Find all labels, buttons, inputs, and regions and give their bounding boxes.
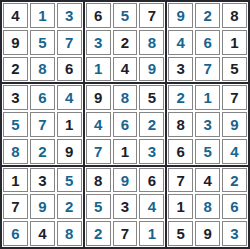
sudoku-cell-r1c7[interactable]: 9 bbox=[168, 3, 193, 28]
sudoku-cell-r9c1[interactable]: 6 bbox=[3, 221, 28, 246]
cell-digit: 9 bbox=[148, 61, 156, 76]
sudoku-cell-r7c9[interactable]: 2 bbox=[222, 168, 247, 193]
cell-digit: 5 bbox=[65, 173, 73, 188]
cell-digit: 1 bbox=[148, 226, 156, 241]
sudoku-cell-r3c8[interactable]: 7 bbox=[195, 57, 220, 82]
cell-digit: 4 bbox=[230, 144, 238, 159]
cell-digit: 5 bbox=[230, 61, 238, 76]
sudoku-box-4: 364571829 bbox=[2, 84, 83, 164]
sudoku-cell-r1c1[interactable]: 4 bbox=[3, 3, 28, 28]
cell-digit: 5 bbox=[121, 8, 129, 23]
cell-digit: 4 bbox=[65, 90, 73, 105]
sudoku-cell-r6c3[interactable]: 9 bbox=[57, 139, 82, 164]
cell-digit: 8 bbox=[38, 61, 46, 76]
cell-digit: 4 bbox=[94, 117, 102, 132]
sudoku-box-3: 928461375 bbox=[167, 2, 248, 82]
sudoku-cell-r9c2[interactable]: 4 bbox=[30, 221, 55, 246]
sudoku-cell-r4c8[interactable]: 1 bbox=[195, 85, 220, 110]
cell-digit: 5 bbox=[94, 199, 102, 214]
sudoku-cell-r3c6[interactable]: 9 bbox=[139, 57, 164, 82]
cell-digit: 4 bbox=[38, 226, 46, 241]
cell-digit: 6 bbox=[148, 173, 156, 188]
cell-digit: 4 bbox=[177, 35, 185, 50]
cell-digit: 3 bbox=[94, 35, 102, 50]
cell-digit: 7 bbox=[11, 199, 19, 214]
cell-digit: 8 bbox=[177, 117, 185, 132]
cell-digit: 7 bbox=[94, 144, 102, 159]
cell-digit: 6 bbox=[65, 61, 73, 76]
cell-digit: 3 bbox=[177, 61, 185, 76]
cell-digit: 1 bbox=[121, 144, 129, 159]
sudoku-cell-r9c3[interactable]: 8 bbox=[57, 221, 82, 246]
cell-digit: 3 bbox=[121, 199, 129, 214]
cell-digit: 5 bbox=[148, 90, 156, 105]
cell-digit: 4 bbox=[148, 199, 156, 214]
sudoku-cell-r5c4[interactable]: 4 bbox=[86, 112, 111, 137]
sudoku-cell-r9c7[interactable]: 5 bbox=[168, 221, 193, 246]
cell-digit: 8 bbox=[148, 35, 156, 50]
sudoku-cell-r4c6[interactable]: 5 bbox=[139, 85, 164, 110]
sudoku-cell-r8c5[interactable]: 3 bbox=[113, 194, 138, 219]
cell-digit: 3 bbox=[148, 144, 156, 159]
sudoku-box-1: 413957286 bbox=[2, 2, 83, 82]
cell-digit: 6 bbox=[11, 226, 19, 241]
sudoku-cell-r7c8[interactable]: 4 bbox=[195, 168, 220, 193]
cell-digit: 2 bbox=[11, 61, 19, 76]
cell-digit: 7 bbox=[177, 173, 185, 188]
cell-digit: 5 bbox=[38, 35, 46, 50]
cell-digit: 2 bbox=[230, 173, 238, 188]
sudoku-cell-r6c8[interactable]: 5 bbox=[195, 139, 220, 164]
sudoku-box-6: 217839654 bbox=[167, 84, 248, 164]
sudoku-box-2: 657328149 bbox=[85, 2, 166, 82]
cell-digit: 6 bbox=[177, 144, 185, 159]
cell-digit: 9 bbox=[38, 199, 46, 214]
sudoku-cell-r7c5[interactable]: 9 bbox=[113, 168, 138, 193]
cell-digit: 3 bbox=[203, 117, 211, 132]
cell-digit: 2 bbox=[177, 90, 185, 105]
cell-digit: 8 bbox=[94, 173, 102, 188]
cell-digit: 1 bbox=[94, 61, 102, 76]
cell-digit: 7 bbox=[203, 61, 211, 76]
cell-digit: 6 bbox=[121, 117, 129, 132]
sudoku-box-9: 742186593 bbox=[167, 167, 248, 247]
sudoku-cell-r7c1[interactable]: 1 bbox=[3, 168, 28, 193]
sudoku-cell-r1c9[interactable]: 8 bbox=[222, 3, 247, 28]
cell-digit: 6 bbox=[203, 35, 211, 50]
sudoku-cell-r7c7[interactable]: 7 bbox=[168, 168, 193, 193]
sudoku-cell-r5c5[interactable]: 6 bbox=[113, 112, 138, 137]
sudoku-cell-r2c9[interactable]: 1 bbox=[222, 30, 247, 55]
sudoku-cell-r2c6[interactable]: 8 bbox=[139, 30, 164, 55]
sudoku-box-7: 135792648 bbox=[2, 167, 83, 247]
sudoku-cell-r5c7[interactable]: 8 bbox=[168, 112, 193, 137]
sudoku-cell-r1c3[interactable]: 3 bbox=[57, 3, 82, 28]
sudoku-cell-r6c1[interactable]: 8 bbox=[3, 139, 28, 164]
sudoku-cell-r3c1[interactable]: 2 bbox=[3, 57, 28, 82]
sudoku-cell-r3c5[interactable]: 4 bbox=[113, 57, 138, 82]
cell-digit: 7 bbox=[148, 8, 156, 23]
sudoku-cell-r8c2[interactable]: 9 bbox=[30, 194, 55, 219]
cell-digit: 5 bbox=[11, 117, 19, 132]
sudoku-cell-r1c4[interactable]: 6 bbox=[86, 3, 111, 28]
cell-digit: 6 bbox=[230, 199, 238, 214]
cell-digit: 1 bbox=[11, 173, 19, 188]
cell-digit: 6 bbox=[94, 8, 102, 23]
sudoku-cell-r2c1[interactable]: 9 bbox=[3, 30, 28, 55]
sudoku-cell-r8c7[interactable]: 1 bbox=[168, 194, 193, 219]
cell-digit: 1 bbox=[65, 117, 73, 132]
sudoku-cell-r3c7[interactable]: 3 bbox=[168, 57, 193, 82]
sudoku-cell-r8c8[interactable]: 8 bbox=[195, 194, 220, 219]
cell-digit: 2 bbox=[65, 199, 73, 214]
sudoku-cell-r1c6[interactable]: 7 bbox=[139, 3, 164, 28]
cell-digit: 3 bbox=[65, 8, 73, 23]
cell-digit: 9 bbox=[121, 173, 129, 188]
sudoku-cell-r2c3[interactable]: 7 bbox=[57, 30, 82, 55]
cell-digit: 1 bbox=[203, 90, 211, 105]
cell-digit: 9 bbox=[177, 8, 185, 23]
sudoku-cell-r8c6[interactable]: 4 bbox=[139, 194, 164, 219]
sudoku-cell-r5c9[interactable]: 9 bbox=[222, 112, 247, 137]
sudoku-cell-r6c6[interactable]: 3 bbox=[139, 139, 164, 164]
cell-digit: 9 bbox=[94, 90, 102, 105]
sudoku-cell-r4c5[interactable]: 8 bbox=[113, 85, 138, 110]
cell-digit: 8 bbox=[203, 199, 211, 214]
sudoku-cell-r6c2[interactable]: 2 bbox=[30, 139, 55, 164]
sudoku-cell-r2c7[interactable]: 4 bbox=[168, 30, 193, 55]
cell-digit: 7 bbox=[38, 117, 46, 132]
sudoku-cell-r2c8[interactable]: 6 bbox=[195, 30, 220, 55]
cell-digit: 9 bbox=[65, 144, 73, 159]
sudoku-cell-r8c9[interactable]: 6 bbox=[222, 194, 247, 219]
sudoku-cell-r2c5[interactable]: 2 bbox=[113, 30, 138, 55]
sudoku-cell-r3c4[interactable]: 1 bbox=[86, 57, 111, 82]
sudoku-cell-r4c4[interactable]: 9 bbox=[86, 85, 111, 110]
sudoku-cell-r7c6[interactable]: 6 bbox=[139, 168, 164, 193]
sudoku-board: 4139572866573281499284613753645718299854… bbox=[0, 0, 250, 249]
cell-digit: 4 bbox=[203, 173, 211, 188]
sudoku-cell-r9c6[interactable]: 1 bbox=[139, 221, 164, 246]
cell-digit: 2 bbox=[203, 8, 211, 23]
cell-digit: 6 bbox=[38, 90, 46, 105]
sudoku-cell-r2c2[interactable]: 5 bbox=[30, 30, 55, 55]
cell-digit: 9 bbox=[203, 226, 211, 241]
sudoku-cell-r4c2[interactable]: 6 bbox=[30, 85, 55, 110]
sudoku-cell-r9c4[interactable]: 2 bbox=[86, 221, 111, 246]
sudoku-cell-r1c8[interactable]: 2 bbox=[195, 3, 220, 28]
sudoku-cell-r7c4[interactable]: 8 bbox=[86, 168, 111, 193]
cell-digit: 8 bbox=[11, 144, 19, 159]
cell-digit: 7 bbox=[121, 226, 129, 241]
sudoku-cell-r5c8[interactable]: 3 bbox=[195, 112, 220, 137]
cell-digit: 3 bbox=[230, 226, 238, 241]
sudoku-cell-r9c8[interactable]: 9 bbox=[195, 221, 220, 246]
cell-digit: 8 bbox=[230, 8, 238, 23]
cell-digit: 5 bbox=[203, 144, 211, 159]
cell-digit: 3 bbox=[38, 173, 46, 188]
sudoku-cell-r5c1[interactable]: 5 bbox=[3, 112, 28, 137]
sudoku-cell-r4c1[interactable]: 3 bbox=[3, 85, 28, 110]
sudoku-box-8: 896534271 bbox=[85, 167, 166, 247]
sudoku-cell-r4c3[interactable]: 4 bbox=[57, 85, 82, 110]
sudoku-cell-r6c4[interactable]: 7 bbox=[86, 139, 111, 164]
sudoku-cell-r9c9[interactable]: 3 bbox=[222, 221, 247, 246]
sudoku-cell-r5c2[interactable]: 7 bbox=[30, 112, 55, 137]
sudoku-cell-r2c4[interactable]: 3 bbox=[86, 30, 111, 55]
sudoku-cell-r4c7[interactable]: 2 bbox=[168, 85, 193, 110]
sudoku-cell-r4c9[interactable]: 7 bbox=[222, 85, 247, 110]
sudoku-box-5: 985462713 bbox=[85, 84, 166, 164]
cell-digit: 2 bbox=[94, 226, 102, 241]
sudoku-cell-r3c2[interactable]: 8 bbox=[30, 57, 55, 82]
sudoku-cell-r1c2[interactable]: 1 bbox=[30, 3, 55, 28]
cell-digit: 8 bbox=[65, 226, 73, 241]
cell-digit: 2 bbox=[38, 144, 46, 159]
sudoku-cell-r1c5[interactable]: 5 bbox=[113, 3, 138, 28]
cell-digit: 4 bbox=[121, 61, 129, 76]
cell-digit: 1 bbox=[38, 8, 46, 23]
sudoku-cell-r6c9[interactable]: 4 bbox=[222, 139, 247, 164]
cell-digit: 7 bbox=[65, 35, 73, 50]
cell-digit: 5 bbox=[177, 226, 185, 241]
cell-digit: 1 bbox=[177, 199, 185, 214]
cell-digit: 9 bbox=[11, 35, 19, 50]
cell-digit: 2 bbox=[121, 35, 129, 50]
cell-digit: 9 bbox=[230, 117, 238, 132]
cell-digit: 4 bbox=[11, 8, 19, 23]
sudoku-cell-r5c6[interactable]: 2 bbox=[139, 112, 164, 137]
cell-digit: 8 bbox=[121, 90, 129, 105]
cell-digit: 1 bbox=[230, 35, 238, 50]
sudoku-cell-r7c3[interactable]: 5 bbox=[57, 168, 82, 193]
cell-digit: 7 bbox=[230, 90, 238, 105]
sudoku-cell-r9c5[interactable]: 7 bbox=[113, 221, 138, 246]
sudoku-cell-r3c9[interactable]: 5 bbox=[222, 57, 247, 82]
cell-digit: 2 bbox=[148, 117, 156, 132]
sudoku-cell-r6c5[interactable]: 1 bbox=[113, 139, 138, 164]
cell-digit: 3 bbox=[11, 90, 19, 105]
sudoku-cell-r8c1[interactable]: 7 bbox=[3, 194, 28, 219]
sudoku-cell-r7c2[interactable]: 3 bbox=[30, 168, 55, 193]
sudoku-cell-r5c3[interactable]: 1 bbox=[57, 112, 82, 137]
sudoku-cell-r3c3[interactable]: 6 bbox=[57, 57, 82, 82]
sudoku-cell-r8c3[interactable]: 2 bbox=[57, 194, 82, 219]
sudoku-cell-r8c4[interactable]: 5 bbox=[86, 194, 111, 219]
sudoku-cell-r6c7[interactable]: 6 bbox=[168, 139, 193, 164]
